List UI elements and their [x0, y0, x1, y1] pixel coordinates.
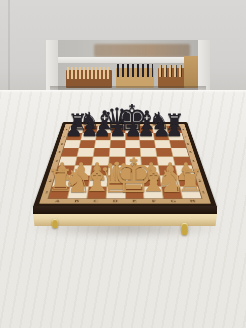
square-d6	[110, 140, 125, 147]
rank-label-left-4: 4	[52, 159, 61, 163]
square-c6	[95, 140, 110, 147]
board-box-front-light-band	[33, 214, 217, 226]
square-e2	[125, 176, 142, 186]
square-d8	[111, 126, 125, 132]
square-c3	[91, 166, 108, 176]
square-a2	[52, 176, 72, 186]
file-label-bottom-f: F	[149, 198, 159, 203]
square-e7	[125, 133, 139, 140]
file-label-top-g: G	[155, 124, 162, 127]
rank-label-right-1: 1	[198, 190, 209, 195]
square-a3	[56, 166, 75, 176]
board-box-front-dark-band	[33, 206, 217, 214]
square-e3	[125, 166, 142, 176]
rank-label-left-8: 8	[63, 128, 71, 131]
background-chess-set-2	[116, 68, 154, 88]
square-f4	[141, 157, 158, 166]
file-label-top-b: B	[87, 124, 94, 127]
file-label-bottom-h: H	[187, 198, 198, 203]
square-d3	[108, 166, 125, 176]
square-e6	[125, 140, 140, 147]
square-a6	[64, 140, 80, 147]
square-d1	[106, 187, 124, 198]
square-b6	[79, 140, 95, 147]
rank-label-right-4: 4	[189, 159, 198, 163]
square-g8	[153, 126, 167, 132]
square-c1	[87, 187, 106, 198]
chess-board: AABBCCDDEEFFGGHH1122334455667788	[33, 122, 217, 207]
square-g7	[154, 133, 169, 140]
square-e1	[125, 187, 143, 198]
brass-latch-right	[181, 223, 188, 235]
scene: AABBCCDDEEFFGGHH1122334455667788 ♜♞♝♛♚♝♞…	[0, 0, 246, 328]
square-f3	[142, 166, 159, 176]
square-b3	[73, 166, 91, 176]
square-f5	[141, 148, 157, 156]
square-f1	[144, 187, 163, 198]
rank-label-left-7: 7	[60, 135, 68, 138]
rank-label-right-5: 5	[186, 150, 195, 153]
rank-label-left-2: 2	[45, 179, 55, 183]
rank-label-right-6: 6	[184, 142, 193, 145]
square-e8	[125, 126, 139, 132]
file-label-bottom-g: G	[168, 198, 179, 203]
square-b1	[68, 187, 88, 198]
rank-label-right-2: 2	[195, 179, 205, 183]
brass-latch-left	[52, 219, 58, 228]
display-shelf	[46, 40, 210, 94]
shelf-edge	[52, 57, 204, 63]
square-f8	[139, 126, 153, 132]
square-d2	[107, 176, 124, 186]
rank-label-left-1: 1	[41, 190, 52, 195]
square-g6	[155, 140, 171, 147]
square-a1	[49, 187, 70, 198]
file-label-top-f: F	[142, 124, 149, 127]
rank-label-right-7: 7	[182, 135, 190, 138]
wall-corner-line	[8, 0, 10, 92]
square-f2	[143, 176, 161, 186]
file-label-top-h: H	[169, 124, 177, 127]
square-c7	[96, 133, 111, 140]
wall	[0, 0, 246, 96]
square-e5	[125, 148, 140, 156]
square-b7	[81, 133, 96, 140]
square-b8	[83, 126, 97, 132]
table-far-edge	[0, 90, 246, 93]
square-b4	[75, 157, 92, 166]
square-f6	[140, 140, 155, 147]
rank-label-right-3: 3	[191, 168, 201, 172]
rank-label-left-6: 6	[58, 142, 67, 145]
square-b5	[77, 148, 93, 156]
file-label-bottom-d: D	[110, 198, 120, 203]
file-label-top-c: C	[101, 124, 108, 127]
square-a7	[66, 133, 82, 140]
square-d7	[111, 133, 125, 140]
file-label-bottom-a: A	[52, 198, 63, 203]
shelf-upper-items	[94, 44, 190, 57]
file-label-top-d: D	[115, 124, 122, 127]
square-f7	[140, 133, 155, 140]
file-label-bottom-b: B	[71, 198, 82, 203]
square-g2	[160, 176, 179, 186]
square-c8	[97, 126, 111, 132]
square-d4	[109, 157, 125, 166]
square-b2	[71, 176, 90, 186]
square-a4	[59, 157, 77, 166]
square-g5	[156, 148, 172, 156]
square-c4	[92, 157, 109, 166]
file-label-top-e: E	[128, 124, 135, 127]
square-c2	[89, 176, 107, 186]
rank-label-right-8: 8	[179, 128, 187, 131]
square-g3	[159, 166, 177, 176]
square-g1	[162, 187, 182, 198]
square-d5	[109, 148, 124, 156]
file-label-bottom-e: E	[130, 198, 140, 203]
square-e4	[125, 157, 141, 166]
rank-label-left-3: 3	[49, 168, 59, 172]
file-label-bottom-c: C	[91, 198, 101, 203]
file-label-top-a: A	[74, 124, 82, 127]
square-a5	[61, 148, 78, 156]
square-g4	[157, 157, 174, 166]
square-c5	[93, 148, 109, 156]
rank-label-left-5: 5	[55, 150, 64, 153]
board-squares	[49, 126, 202, 198]
